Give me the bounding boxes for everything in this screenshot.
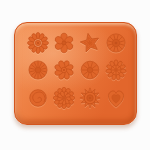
sunflower-icon — [77, 85, 103, 111]
rose-icon — [25, 85, 51, 111]
heart-icon — [103, 85, 129, 111]
cavity-plum-blossom — [51, 29, 77, 57]
cavity-pumpkin — [77, 57, 103, 85]
star-icon — [77, 30, 103, 56]
cavity-eight-petal-flower — [51, 57, 77, 85]
cavity-rose — [25, 84, 51, 112]
chrysanthemum-icon — [25, 30, 51, 56]
cavity-scalloped-round — [103, 57, 129, 85]
silicone-mold — [14, 22, 137, 125]
cavity-sunflower — [77, 84, 103, 112]
cavity-chrysanthemum — [25, 29, 51, 57]
dahlia-icon — [103, 30, 129, 56]
cavity-dahlia — [103, 29, 129, 57]
cavity-heart — [103, 84, 129, 112]
pumpkin-icon — [77, 57, 103, 83]
bundt-icon — [25, 57, 51, 83]
cavity-bundt — [25, 57, 51, 85]
scalloped-round-icon — [103, 57, 129, 83]
plum-blossom-icon — [51, 30, 77, 56]
product-photo — [0, 0, 150, 150]
cavity-mandala-flower — [51, 84, 77, 112]
eight-petal-flower-icon — [51, 57, 77, 83]
mandala-flower-icon — [51, 85, 77, 111]
cavity-star — [77, 29, 103, 57]
mold-grid — [15, 23, 136, 124]
